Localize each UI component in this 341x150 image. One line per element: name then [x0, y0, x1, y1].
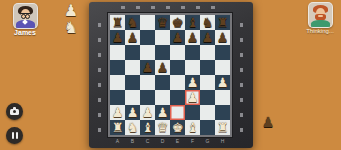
square-g6[interactable]	[200, 45, 215, 60]
square-g1[interactable]	[200, 120, 215, 135]
square-a5[interactable]	[110, 60, 125, 75]
black-pawn-piece[interactable]: ♟	[142, 60, 154, 75]
player-name-left: James	[1, 29, 49, 36]
white-bishop-piece[interactable]: ♝	[187, 120, 199, 135]
square-h2[interactable]	[215, 105, 230, 120]
frame-notches-top	[116, 6, 224, 9]
black-knight-piece[interactable]: ♞	[127, 15, 139, 30]
camera-button[interactable]	[6, 103, 23, 120]
pause-icon	[16, 132, 18, 139]
square-b8[interactable]: ♞	[125, 15, 140, 30]
square-g5[interactable]	[200, 60, 215, 75]
pause-icon	[12, 132, 14, 139]
square-e2[interactable]	[170, 105, 185, 120]
square-h8[interactable]: ♜	[215, 15, 230, 30]
file-label-c: C	[140, 138, 155, 144]
square-a8[interactable]: ♜	[110, 15, 125, 30]
square-b4[interactable]	[125, 75, 140, 90]
square-a7[interactable]: ♟	[110, 30, 125, 45]
square-b7[interactable]: ♟	[125, 30, 140, 45]
file-label-a: A	[110, 138, 125, 144]
square-g2[interactable]	[200, 105, 215, 120]
square-c5[interactable]: ♟	[140, 60, 155, 75]
square-b6[interactable]	[125, 45, 140, 60]
white-pawn-piece[interactable]: ♟	[187, 75, 199, 90]
square-a6[interactable]	[110, 45, 125, 60]
black-pawn-piece[interactable]: ♟	[202, 30, 214, 45]
chess-board[interactable]: ♜♞♛♚♝♞♜♟♟♟♟♟♟♟♟♟♟♟♟♟♟♟♜♞♝♛♚♝♜	[110, 15, 230, 135]
square-f5[interactable]	[185, 60, 200, 75]
captured-white-pawn: ♟	[64, 2, 78, 19]
square-a3[interactable]	[110, 90, 125, 105]
square-c6[interactable]	[140, 45, 155, 60]
square-b1[interactable]: ♞	[125, 120, 140, 135]
square-e1[interactable]: ♚	[170, 120, 185, 135]
black-pawn-piece[interactable]: ♟	[127, 30, 139, 45]
square-h5[interactable]	[215, 60, 230, 75]
square-d8[interactable]: ♛	[155, 15, 170, 30]
square-e5[interactable]	[170, 60, 185, 75]
square-d3[interactable]	[155, 90, 170, 105]
square-h1[interactable]: ♜	[215, 120, 230, 135]
white-rook-piece[interactable]: ♜	[112, 120, 124, 135]
square-d7[interactable]	[155, 30, 170, 45]
square-e7[interactable]: ♟	[170, 30, 185, 45]
black-pawn-piece[interactable]: ♟	[187, 30, 199, 45]
pause-button[interactable]	[6, 127, 23, 144]
square-g8[interactable]: ♞	[200, 15, 215, 30]
square-d1[interactable]: ♛	[155, 120, 170, 135]
square-f4[interactable]: ♟	[185, 75, 200, 90]
square-a1[interactable]: ♜	[110, 120, 125, 135]
black-knight-piece[interactable]: ♞	[202, 15, 214, 30]
square-h6[interactable]	[215, 45, 230, 60]
black-bishop-piece[interactable]: ♝	[187, 15, 199, 30]
square-c2[interactable]: ♟	[140, 105, 155, 120]
square-c4[interactable]	[140, 75, 155, 90]
black-pawn-piece[interactable]: ♟	[217, 30, 229, 45]
square-e4[interactable]	[170, 75, 185, 90]
square-d4[interactable]	[155, 75, 170, 90]
avatar-right-player[interactable]	[308, 2, 333, 28]
square-g7[interactable]: ♟	[200, 30, 215, 45]
file-label-b: B	[125, 138, 140, 144]
black-pawn-piece[interactable]: ♟	[157, 60, 169, 75]
square-f1[interactable]: ♝	[185, 120, 200, 135]
file-label-e: E	[170, 138, 185, 144]
square-c3[interactable]	[140, 90, 155, 105]
white-pawn-piece[interactable]: ♟	[142, 105, 154, 120]
square-b2[interactable]: ♟	[125, 105, 140, 120]
white-queen-piece[interactable]: ♛	[157, 120, 169, 135]
white-king-piece[interactable]: ♚	[172, 120, 184, 135]
square-f7[interactable]: ♟	[185, 30, 200, 45]
avatar-shirt	[311, 20, 330, 28]
captured-white-knight: ♞	[64, 19, 78, 36]
square-a2[interactable]: ♟	[110, 105, 125, 120]
white-bishop-piece[interactable]: ♝	[142, 120, 154, 135]
white-pawn-piece[interactable]: ♟	[127, 105, 139, 120]
square-h7[interactable]: ♟	[215, 30, 230, 45]
square-f2[interactable]	[185, 105, 200, 120]
square-g3[interactable]	[200, 90, 215, 105]
file-label-f: F	[185, 138, 200, 144]
white-pawn-piece[interactable]: ♟	[217, 75, 229, 90]
black-pawn-piece[interactable]: ♟	[112, 30, 124, 45]
square-a4[interactable]	[110, 75, 125, 90]
square-d5[interactable]: ♟	[155, 60, 170, 75]
black-pawn-piece[interactable]: ♟	[172, 30, 184, 45]
camera-icon	[10, 109, 19, 115]
square-e3[interactable]	[170, 90, 185, 105]
black-king-piece[interactable]: ♚	[172, 15, 184, 30]
file-labels: ABCDEFGH	[110, 138, 230, 144]
avatar-glasses	[21, 13, 30, 17]
white-pawn-piece[interactable]: ♟	[187, 90, 199, 105]
captured-tray-right: ♟	[258, 115, 278, 130]
frame-notches-left	[98, 18, 101, 132]
square-e8[interactable]: ♚	[170, 15, 185, 30]
file-label-d: D	[155, 138, 170, 144]
square-h4[interactable]: ♟	[215, 75, 230, 90]
square-f6[interactable]	[185, 45, 200, 60]
player-status-right: Thinking...	[296, 28, 341, 34]
square-h3[interactable]	[215, 90, 230, 105]
avatar-mouth	[318, 15, 323, 17]
black-queen-piece[interactable]: ♛	[157, 15, 169, 30]
square-b5[interactable]	[125, 60, 140, 75]
captured-tray-left: ♟♞	[61, 2, 81, 36]
black-rook-piece[interactable]: ♜	[217, 15, 229, 30]
square-f3[interactable]: ♟	[185, 90, 200, 105]
square-b3[interactable]	[125, 90, 140, 105]
square-d2[interactable]: ♟	[155, 105, 170, 120]
white-pawn-piece[interactable]: ♟	[112, 105, 124, 120]
black-rook-piece[interactable]: ♜	[112, 15, 124, 30]
white-knight-piece[interactable]: ♞	[127, 120, 139, 135]
avatar-left-player[interactable]	[13, 3, 38, 29]
square-g4[interactable]	[200, 75, 215, 90]
file-label-h: H	[215, 138, 230, 144]
square-e6[interactable]	[170, 45, 185, 60]
captured-black-pawn: ♟	[262, 115, 275, 130]
square-c7[interactable]	[140, 30, 155, 45]
frame-notches-right	[240, 18, 243, 132]
game-screen: James Thinking... ♟♞ ♟ ♜♞♛♚♝♞♜♟♟♟♟♟♟♟♟♟♟…	[0, 0, 341, 150]
square-c8[interactable]	[140, 15, 155, 30]
file-label-g: G	[200, 138, 215, 144]
square-c1[interactable]: ♝	[140, 120, 155, 135]
square-f8[interactable]: ♝	[185, 15, 200, 30]
white-rook-piece[interactable]: ♜	[217, 120, 229, 135]
white-pawn-piece[interactable]: ♟	[157, 105, 169, 120]
square-d6[interactable]	[155, 45, 170, 60]
chess-board-frame: ♜♞♛♚♝♞♜♟♟♟♟♟♟♟♟♟♟♟♟♟♟♟♜♞♝♛♚♝♜ ABCDEFGH	[89, 2, 253, 148]
